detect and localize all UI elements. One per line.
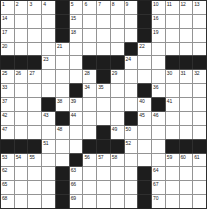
clue-number-23: 23 (43, 56, 48, 62)
cell-r3c10[interactable] (125, 29, 138, 42)
clue-number-38: 38 (57, 98, 62, 104)
clue-number-57: 57 (98, 154, 103, 160)
clue-number-54: 54 (16, 154, 21, 160)
cell-r2c3[interactable] (28, 15, 41, 28)
clue-number-53: 53 (2, 154, 7, 160)
cell-r12c9[interactable]: 58 (111, 154, 124, 167)
clue-number-42: 42 (2, 112, 7, 118)
cell-r3c7[interactable] (83, 29, 96, 42)
cell-r2c2[interactable] (15, 15, 28, 28)
crossword-board: 1234567891011121314151617181920212223242… (0, 0, 207, 209)
black-cell-r11c7 (83, 140, 96, 153)
clue-number-10: 10 (153, 1, 158, 7)
cell-r3c6[interactable]: 18 (70, 29, 83, 42)
cell-r13c13[interactable] (166, 167, 179, 180)
clue-number-47: 47 (2, 126, 7, 132)
clue-number-52: 52 (126, 140, 131, 146)
black-cell-r5c13 (166, 56, 179, 69)
cell-r1c6[interactable]: 5 (70, 1, 83, 14)
cell-r10c5[interactable]: 48 (56, 126, 69, 139)
clue-number-51: 51 (43, 140, 48, 146)
cell-r4c13[interactable] (166, 43, 179, 56)
cell-r7c15[interactable] (193, 84, 206, 97)
cell-r8c9[interactable] (111, 98, 124, 111)
clue-number-37: 37 (2, 98, 7, 104)
cell-r9c11[interactable]: 45 (138, 112, 151, 125)
clue-number-25: 25 (2, 70, 7, 76)
cell-r4c4[interactable] (42, 43, 55, 56)
cell-r12c1[interactable]: 53 (1, 154, 14, 167)
black-cell-r5c3 (28, 56, 41, 69)
cell-r14c10[interactable] (125, 181, 138, 194)
cell-r4c14[interactable] (180, 43, 193, 56)
cell-r11c10[interactable]: 52 (125, 140, 138, 153)
cell-r14c7[interactable] (83, 181, 96, 194)
cell-r1c10[interactable]: 9 (125, 1, 138, 14)
cell-r10c13[interactable] (166, 126, 179, 139)
cell-r14c15[interactable] (193, 181, 206, 194)
cell-r15c1[interactable]: 68 (1, 195, 14, 208)
cell-r3c4[interactable] (42, 29, 55, 42)
cell-r14c3[interactable] (28, 181, 41, 194)
cell-r15c9[interactable] (111, 195, 124, 208)
cell-r6c5[interactable] (56, 70, 69, 83)
clue-number-69: 69 (71, 195, 76, 201)
cell-r8c8[interactable] (97, 98, 110, 111)
clue-number-24: 24 (126, 56, 131, 62)
clue-number-3: 3 (29, 1, 32, 7)
cell-r7c1[interactable]: 33 (1, 84, 14, 97)
cell-r1c3[interactable]: 3 (28, 1, 41, 14)
cell-r11c11[interactable] (138, 140, 151, 153)
black-cell-r11c15 (193, 140, 206, 153)
clue-number-31: 31 (181, 70, 186, 76)
cell-r12c11[interactable] (138, 154, 151, 167)
black-cell-r5c9 (111, 56, 124, 69)
cell-r2c7[interactable] (83, 15, 96, 28)
cell-r3c3[interactable] (28, 29, 41, 42)
cell-r7c4[interactable] (42, 84, 55, 97)
cell-r11c4[interactable]: 51 (42, 140, 55, 153)
cell-r2c1[interactable]: 14 (1, 15, 14, 28)
cell-r8c3[interactable] (28, 98, 41, 111)
cell-r9c12[interactable]: 46 (152, 112, 165, 125)
cell-r6c4[interactable] (42, 70, 55, 83)
cell-r11c12[interactable] (152, 140, 165, 153)
cell-r3c14[interactable] (180, 29, 193, 42)
clue-number-64: 64 (153, 167, 158, 173)
black-cell-r11c9 (111, 140, 124, 153)
cell-r11c5[interactable] (56, 140, 69, 153)
black-cell-r1c11 (138, 1, 151, 14)
clue-number-43: 43 (43, 112, 48, 118)
cell-r15c6[interactable]: 69 (70, 195, 83, 208)
clue-number-21: 21 (57, 43, 62, 49)
black-cell-r7c6 (70, 84, 83, 97)
cell-r6c3[interactable]: 27 (28, 70, 41, 83)
clue-number-11: 11 (167, 1, 172, 7)
clue-number-59: 59 (167, 154, 172, 160)
cell-r15c14[interactable] (180, 195, 193, 208)
cell-r2c10[interactable] (125, 15, 138, 28)
cell-r2c15[interactable] (193, 15, 206, 28)
cell-r4c5[interactable]: 21 (56, 43, 69, 56)
clue-number-27: 27 (29, 70, 34, 76)
black-cell-r8c12 (152, 98, 165, 111)
cell-r6c15[interactable]: 32 (193, 70, 206, 83)
clue-number-33: 33 (2, 84, 7, 90)
cell-r12c8[interactable]: 57 (97, 154, 110, 167)
black-cell-r2c5 (56, 15, 69, 28)
cell-r12c3[interactable]: 55 (28, 154, 41, 167)
clue-number-22: 22 (139, 43, 144, 49)
cell-r8c5[interactable]: 38 (56, 98, 69, 111)
cell-r6c12[interactable] (152, 70, 165, 83)
cell-r1c12[interactable]: 10 (152, 1, 165, 14)
cell-r3c8[interactable] (97, 29, 110, 42)
cell-r13c8[interactable] (97, 167, 110, 180)
cell-r9c2[interactable] (15, 112, 28, 125)
black-cell-r8c4 (42, 98, 55, 111)
cell-r1c2[interactable]: 2 (15, 1, 28, 14)
cell-r10c11[interactable] (138, 126, 151, 139)
black-cell-r15c5 (56, 195, 69, 208)
cell-r3c1[interactable]: 17 (1, 29, 14, 42)
cell-r4c11[interactable]: 22 (138, 43, 151, 56)
clue-number-16: 16 (153, 15, 158, 21)
cell-r15c15[interactable] (193, 195, 206, 208)
clue-number-41: 41 (167, 98, 172, 104)
clue-number-36: 36 (153, 84, 158, 90)
cell-r6c7[interactable]: 28 (83, 70, 96, 83)
clue-number-17: 17 (2, 29, 7, 35)
cell-r15c12[interactable]: 70 (152, 195, 165, 208)
cell-r10c1[interactable]: 47 (1, 126, 14, 139)
cell-r10c2[interactable] (15, 126, 28, 139)
cell-r2c4[interactable] (42, 15, 55, 28)
cell-r10c15[interactable] (193, 126, 206, 139)
black-cell-r15c11 (138, 195, 151, 208)
cell-r6c14[interactable]: 31 (180, 70, 193, 83)
cell-r2c8[interactable] (97, 15, 110, 28)
cell-r13c10[interactable] (125, 167, 138, 180)
clue-number-46: 46 (153, 112, 158, 118)
cell-r9c1[interactable]: 42 (1, 112, 14, 125)
clue-number-28: 28 (84, 70, 89, 76)
black-cell-r11c8 (97, 140, 110, 153)
cell-r6c9[interactable]: 29 (111, 70, 124, 83)
black-cell-r11c13 (166, 140, 179, 153)
cell-r4c3[interactable] (28, 43, 41, 56)
cell-r14c2[interactable] (15, 181, 28, 194)
cell-r9c6[interactable]: 44 (70, 112, 83, 125)
cell-r7c14[interactable] (180, 84, 193, 97)
cell-r15c4[interactable] (42, 195, 55, 208)
black-cell-r5c8 (97, 56, 110, 69)
clue-number-5: 5 (71, 1, 74, 7)
cell-r14c9[interactable] (111, 181, 124, 194)
cell-r15c8[interactable] (97, 195, 110, 208)
clue-number-32: 32 (194, 70, 199, 76)
crossword-grid: 1234567891011121314151617181920212223242… (1, 1, 206, 208)
cell-r7c9[interactable] (111, 84, 124, 97)
black-cell-r12c6 (70, 154, 83, 167)
cell-r9c13[interactable] (166, 112, 179, 125)
cell-r7c8[interactable]: 35 (97, 84, 110, 97)
cell-r6c10[interactable] (125, 70, 138, 83)
clue-number-70: 70 (153, 195, 158, 201)
clue-number-55: 55 (29, 154, 34, 160)
clue-number-26: 26 (16, 70, 21, 76)
clue-number-63: 63 (71, 167, 76, 173)
cell-r2c14[interactable] (180, 15, 193, 28)
cell-r12c7[interactable]: 56 (83, 154, 96, 167)
black-cell-r14c11 (138, 181, 151, 194)
black-cell-r9c5 (56, 112, 69, 125)
cell-r13c7[interactable] (83, 167, 96, 180)
cell-r5c6[interactable] (70, 56, 83, 69)
clue-number-61: 61 (194, 154, 199, 160)
cell-r1c15[interactable]: 13 (193, 1, 206, 14)
cell-r7c7[interactable]: 34 (83, 84, 96, 97)
cell-r3c15[interactable] (193, 29, 206, 42)
cell-r14c8[interactable] (97, 181, 110, 194)
cell-r6c11[interactable] (138, 70, 151, 83)
cell-r5c11[interactable] (138, 56, 151, 69)
cell-r6c1[interactable]: 25 (1, 70, 14, 83)
cell-r11c6[interactable] (70, 140, 83, 153)
cell-r15c7[interactable] (83, 195, 96, 208)
black-cell-r3c11 (138, 29, 151, 42)
cell-r8c11[interactable]: 40 (138, 98, 151, 111)
cell-r7c10[interactable] (125, 84, 138, 97)
clue-number-66: 66 (71, 181, 76, 187)
cell-r14c13[interactable] (166, 181, 179, 194)
cell-r13c14[interactable] (180, 167, 193, 180)
clue-number-6: 6 (84, 1, 87, 7)
cell-r5c4[interactable]: 23 (42, 56, 55, 69)
black-cell-r4c10 (125, 43, 138, 56)
cell-r8c14[interactable] (180, 98, 193, 111)
black-cell-r14c5 (56, 181, 69, 194)
black-cell-r5c1 (1, 56, 14, 69)
cell-r10c6[interactable] (70, 126, 83, 139)
cell-r1c4[interactable]: 4 (42, 1, 55, 14)
cell-r15c3[interactable] (28, 195, 41, 208)
cell-r7c5[interactable] (56, 84, 69, 97)
clue-number-18: 18 (71, 29, 76, 35)
clue-number-34: 34 (84, 84, 89, 90)
cell-r12c15[interactable]: 61 (193, 154, 206, 167)
cell-r8c6[interactable]: 39 (70, 98, 83, 111)
cell-r8c15[interactable] (193, 98, 206, 111)
clue-number-1: 1 (2, 1, 5, 7)
cell-r9c15[interactable] (193, 112, 206, 125)
black-cell-r10c8 (97, 126, 110, 139)
cell-r4c6[interactable] (70, 43, 83, 56)
cell-r3c2[interactable] (15, 29, 28, 42)
cell-r1c13[interactable]: 11 (166, 1, 179, 14)
black-cell-r5c14 (180, 56, 193, 69)
cell-r5c10[interactable]: 24 (125, 56, 138, 69)
cell-r8c2[interactable] (15, 98, 28, 111)
cell-r7c13[interactable] (166, 84, 179, 97)
clue-number-20: 20 (2, 43, 7, 49)
cell-r2c13[interactable] (166, 15, 179, 28)
cell-r10c7[interactable] (83, 126, 96, 139)
clue-number-35: 35 (98, 84, 103, 90)
clue-number-13: 13 (194, 1, 199, 7)
clue-number-44: 44 (71, 112, 76, 118)
cell-r7c3[interactable] (28, 84, 41, 97)
cell-r8c1[interactable]: 37 (1, 98, 14, 111)
clue-number-48: 48 (57, 126, 62, 132)
clue-number-19: 19 (153, 29, 158, 35)
black-cell-r3c5 (56, 29, 69, 42)
black-cell-r2c11 (138, 15, 151, 28)
cell-r9c4[interactable]: 43 (42, 112, 55, 125)
cell-r15c2[interactable] (15, 195, 28, 208)
cell-r13c9[interactable] (111, 167, 124, 180)
black-cell-r11c2 (15, 140, 28, 153)
cell-r4c7[interactable] (83, 43, 96, 56)
clue-number-49: 49 (112, 126, 117, 132)
cell-r9c7[interactable] (83, 112, 96, 125)
cell-r14c12[interactable]: 67 (152, 181, 165, 194)
clue-number-40: 40 (139, 98, 144, 104)
cell-r14c6[interactable]: 66 (70, 181, 83, 194)
cell-r14c14[interactable] (180, 181, 193, 194)
cell-r4c9[interactable] (111, 43, 124, 56)
cell-r10c3[interactable] (28, 126, 41, 139)
black-cell-r11c1 (1, 140, 14, 153)
black-cell-r6c8 (97, 70, 110, 83)
cell-r2c12[interactable]: 16 (152, 15, 165, 28)
cell-r9c8[interactable] (97, 112, 110, 125)
cell-r12c14[interactable]: 60 (180, 154, 193, 167)
clue-number-15: 15 (71, 15, 76, 21)
cell-r9c14[interactable] (180, 112, 193, 125)
cell-r1c8[interactable]: 7 (97, 1, 110, 14)
clue-number-9: 9 (126, 1, 129, 7)
clue-number-58: 58 (112, 154, 117, 160)
black-cell-r13c5 (56, 167, 69, 180)
cell-r3c9[interactable] (111, 29, 124, 42)
clue-number-8: 8 (112, 1, 115, 7)
cell-r1c1[interactable]: 1 (1, 1, 14, 14)
cell-r13c6[interactable]: 63 (70, 167, 83, 180)
cell-r12c5[interactable] (56, 154, 69, 167)
cell-r8c10[interactable] (125, 98, 138, 111)
cell-r1c14[interactable]: 12 (180, 1, 193, 14)
cell-r13c3[interactable] (28, 167, 41, 180)
clue-number-4: 4 (43, 1, 46, 7)
cell-r12c13[interactable]: 59 (166, 154, 179, 167)
clue-number-67: 67 (153, 181, 158, 187)
cell-r13c12[interactable]: 64 (152, 167, 165, 180)
black-cell-r13c11 (138, 167, 151, 180)
cell-r6c6[interactable] (70, 70, 83, 83)
cell-r1c7[interactable]: 6 (83, 1, 96, 14)
cell-r3c13[interactable] (166, 29, 179, 42)
clue-number-14: 14 (2, 15, 7, 21)
black-cell-r5c7 (83, 56, 96, 69)
black-cell-r9c10 (125, 112, 138, 125)
cell-r8c13[interactable]: 41 (166, 98, 179, 111)
cell-r9c9[interactable] (111, 112, 124, 125)
cell-r10c14[interactable] (180, 126, 193, 139)
clue-number-2: 2 (16, 1, 19, 7)
cell-r10c9[interactable]: 49 (111, 126, 124, 139)
cell-r13c4[interactable] (42, 167, 55, 180)
clue-number-50: 50 (126, 126, 131, 132)
cell-r6c2[interactable]: 26 (15, 70, 28, 83)
cell-r4c8[interactable] (97, 43, 110, 56)
clue-number-65: 65 (2, 181, 7, 187)
cell-r12c2[interactable]: 54 (15, 154, 28, 167)
cell-r10c10[interactable]: 50 (125, 126, 138, 139)
cell-r4c1[interactable]: 20 (1, 43, 14, 56)
cell-r13c15[interactable] (193, 167, 206, 180)
cell-r5c12[interactable] (152, 56, 165, 69)
cell-r2c9[interactable] (111, 15, 124, 28)
cell-r12c10[interactable] (125, 154, 138, 167)
black-cell-r7c11 (138, 84, 151, 97)
cell-r13c2[interactable] (15, 167, 28, 180)
clue-number-7: 7 (98, 1, 101, 7)
cell-r10c12[interactable] (152, 126, 165, 139)
black-cell-r11c3 (28, 140, 41, 153)
clue-number-29: 29 (112, 70, 117, 76)
cell-r7c12[interactable]: 36 (152, 84, 165, 97)
cell-r6c13[interactable]: 30 (166, 70, 179, 83)
black-cell-r5c15 (193, 56, 206, 69)
cell-r15c10[interactable] (125, 195, 138, 208)
cell-r4c12[interactable] (152, 43, 165, 56)
cell-r7c2[interactable] (15, 84, 28, 97)
cell-r1c9[interactable]: 8 (111, 1, 124, 14)
clue-number-62: 62 (2, 167, 7, 173)
clue-number-60: 60 (181, 154, 186, 160)
clue-number-12: 12 (181, 1, 186, 7)
black-cell-r5c2 (15, 56, 28, 69)
cell-r8c7[interactable] (83, 98, 96, 111)
cell-r15c13[interactable] (166, 195, 179, 208)
cell-r9c3[interactable] (28, 112, 41, 125)
cell-r4c15[interactable] (193, 43, 206, 56)
black-cell-r11c14 (180, 140, 193, 153)
cell-r3c12[interactable]: 19 (152, 29, 165, 42)
cell-r5c5[interactable] (56, 56, 69, 69)
black-cell-r1c5 (56, 1, 69, 14)
cell-r13c1[interactable]: 62 (1, 167, 14, 180)
clue-number-45: 45 (139, 112, 144, 118)
cell-r14c4[interactable] (42, 181, 55, 194)
cell-r2c6[interactable]: 15 (70, 15, 83, 28)
clue-number-68: 68 (2, 195, 7, 201)
cell-r4c2[interactable] (15, 43, 28, 56)
clue-number-56: 56 (84, 154, 89, 160)
cell-r14c1[interactable]: 65 (1, 181, 14, 194)
clue-number-39: 39 (71, 98, 76, 104)
cell-r12c12[interactable] (152, 154, 165, 167)
cell-r12c4[interactable] (42, 154, 55, 167)
cell-r10c4[interactable] (42, 126, 55, 139)
clue-number-30: 30 (167, 70, 172, 76)
